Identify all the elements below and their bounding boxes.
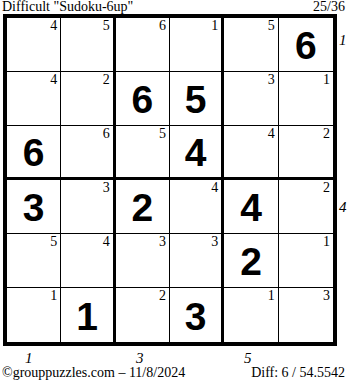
cell-r5c5[interactable]: 2 xyxy=(224,234,278,288)
puzzle-page: Difficult "Sudoku-6up" 25/36 45615642653… xyxy=(0,0,347,381)
cell-r4c3[interactable]: 2 xyxy=(116,180,170,234)
row-label-1: 1 xyxy=(339,33,347,48)
cell-r6c1[interactable]: 1 xyxy=(7,288,61,342)
cell-r2c2[interactable]: 2 xyxy=(61,72,115,126)
puzzle-counter: 25/36 xyxy=(313,0,345,15)
pencil-mark: 4 xyxy=(103,234,110,249)
pencil-mark: 1 xyxy=(268,288,275,303)
cell-r1c1[interactable]: 4 xyxy=(7,18,61,72)
cell-r6c4[interactable]: 3 xyxy=(170,288,224,342)
cell-r5c1[interactable]: 5 xyxy=(7,234,61,288)
cell-value: 2 xyxy=(240,240,262,281)
cell-r4c4[interactable]: 4 xyxy=(170,180,224,234)
pencil-mark: 5 xyxy=(159,126,166,141)
cell-r3c4[interactable]: 4 xyxy=(170,126,224,180)
difficulty-text: Diff: 6 / 54.5542 xyxy=(251,365,345,381)
sudoku-grid: 456156426531665442332442543321112313 xyxy=(3,14,337,346)
cell-r4c2[interactable]: 3 xyxy=(61,180,115,234)
cell-value: 5 xyxy=(185,78,207,119)
cell-value: 6 xyxy=(295,24,317,65)
cell-r4c6[interactable]: 2 xyxy=(279,180,333,234)
pencil-mark: 4 xyxy=(50,72,57,87)
cell-value: 6 xyxy=(131,78,153,119)
cell-r1c3[interactable]: 6 xyxy=(116,18,170,72)
pencil-mark: 3 xyxy=(268,72,275,87)
pencil-mark: 4 xyxy=(268,126,275,141)
cell-value: 1 xyxy=(76,295,98,336)
pencil-mark: 5 xyxy=(50,234,57,249)
pencil-mark: 3 xyxy=(323,288,330,303)
cell-r5c4[interactable]: 3 xyxy=(170,234,224,288)
cell-r2c1[interactable]: 4 xyxy=(7,72,61,126)
pencil-mark: 5 xyxy=(103,18,110,33)
cell-value: 4 xyxy=(185,131,207,172)
cell-value: 3 xyxy=(185,295,207,336)
cell-r5c2[interactable]: 4 xyxy=(61,234,115,288)
cell-r3c1[interactable]: 6 xyxy=(7,126,61,180)
col-label-3: 3 xyxy=(136,351,144,366)
cell-r3c5[interactable]: 4 xyxy=(224,126,278,180)
row-label-4: 4 xyxy=(339,200,347,215)
pencil-mark: 3 xyxy=(103,180,110,195)
page-title: Difficult "Sudoku-6up" xyxy=(2,0,133,15)
cell-r1c2[interactable]: 5 xyxy=(61,18,115,72)
cell-value: 3 xyxy=(23,186,45,227)
cell-r2c6[interactable]: 1 xyxy=(279,72,333,126)
col-label-1: 1 xyxy=(25,351,33,366)
cell-r1c4[interactable]: 1 xyxy=(170,18,224,72)
pencil-mark: 6 xyxy=(159,18,166,33)
cell-r2c4[interactable]: 5 xyxy=(170,72,224,126)
cell-r1c5[interactable]: 5 xyxy=(224,18,278,72)
cell-r4c1[interactable]: 3 xyxy=(7,180,61,234)
cell-r2c3[interactable]: 6 xyxy=(116,72,170,126)
pencil-mark: 2 xyxy=(103,72,110,87)
pencil-mark: 2 xyxy=(159,288,166,303)
cell-r2c5[interactable]: 3 xyxy=(224,72,278,126)
cell-value: 2 xyxy=(131,186,153,227)
cell-r6c5[interactable]: 1 xyxy=(224,288,278,342)
cell-r5c3[interactable]: 3 xyxy=(116,234,170,288)
cell-r3c3[interactable]: 5 xyxy=(116,126,170,180)
pencil-mark: 4 xyxy=(211,180,218,195)
cell-r3c2[interactable]: 6 xyxy=(61,126,115,180)
pencil-mark: 1 xyxy=(323,72,330,87)
pencil-mark: 5 xyxy=(268,18,275,33)
cell-r6c2[interactable]: 1 xyxy=(61,288,115,342)
cell-value: 6 xyxy=(23,131,45,172)
pencil-mark: 1 xyxy=(211,18,218,33)
cell-value: 4 xyxy=(240,186,262,227)
pencil-mark: 6 xyxy=(103,126,110,141)
copyright-text: ©grouppuzzles.com – 11/8/2024 xyxy=(2,365,185,381)
col-label-5: 5 xyxy=(244,351,252,366)
pencil-mark: 4 xyxy=(50,18,57,33)
pencil-mark: 3 xyxy=(159,234,166,249)
cell-r6c3[interactable]: 2 xyxy=(116,288,170,342)
pencil-mark: 1 xyxy=(323,234,330,249)
pencil-mark: 3 xyxy=(211,234,218,249)
pencil-mark: 2 xyxy=(323,180,330,195)
cell-r1c6[interactable]: 6 xyxy=(279,18,333,72)
pencil-mark: 2 xyxy=(323,126,330,141)
cell-r3c6[interactable]: 2 xyxy=(279,126,333,180)
pencil-mark: 1 xyxy=(50,288,57,303)
cell-r5c6[interactable]: 1 xyxy=(279,234,333,288)
cell-r4c5[interactable]: 4 xyxy=(224,180,278,234)
cell-r6c6[interactable]: 3 xyxy=(279,288,333,342)
